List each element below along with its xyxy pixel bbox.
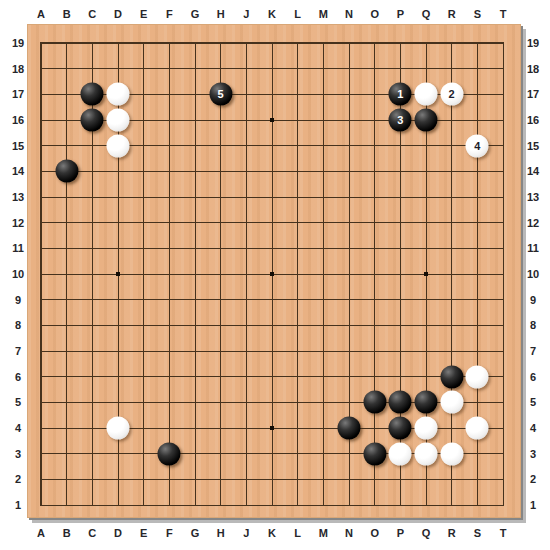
stone-black-b14 — [55, 160, 78, 183]
coord-bottom-P: P — [397, 528, 404, 539]
coord-left-1: 1 — [15, 500, 21, 511]
stone-white-r17: 2 — [440, 83, 463, 106]
stone-white-q4 — [415, 417, 438, 440]
coord-top-P: P — [397, 9, 404, 20]
stone-black-p5 — [389, 391, 412, 414]
star-point — [270, 426, 274, 430]
coord-top-K: K — [268, 9, 276, 20]
stone-black-o5 — [363, 391, 386, 414]
coord-left-16: 16 — [12, 115, 24, 126]
coord-right-12: 12 — [527, 217, 539, 228]
coord-top-H: H — [217, 9, 225, 20]
stone-white-d16 — [107, 109, 130, 132]
coord-top-D: D — [114, 9, 122, 20]
coord-top-T: T — [500, 9, 507, 20]
coord-bottom-R: R — [448, 528, 456, 539]
coord-left-12: 12 — [12, 217, 24, 228]
coord-top-B: B — [63, 9, 71, 20]
coord-bottom-F: F — [166, 528, 173, 539]
stone-white-r3 — [440, 442, 463, 465]
coord-top-J: J — [243, 9, 249, 20]
grid-line-horizontal — [41, 325, 504, 326]
coord-top-R: R — [448, 9, 456, 20]
coord-right-14: 14 — [527, 166, 539, 177]
coord-right-6: 6 — [530, 371, 536, 382]
coord-bottom-B: B — [63, 528, 71, 539]
coord-left-4: 4 — [15, 423, 21, 434]
star-point — [270, 118, 274, 122]
coord-bottom-T: T — [500, 528, 507, 539]
coord-top-E: E — [140, 9, 147, 20]
move-number-label: 3 — [397, 115, 403, 126]
coord-right-9: 9 — [530, 294, 536, 305]
coord-right-1: 1 — [530, 500, 536, 511]
coord-bottom-C: C — [88, 528, 96, 539]
coord-right-10: 10 — [527, 269, 539, 280]
stone-white-p3 — [389, 442, 412, 465]
move-number-label: 2 — [449, 89, 455, 100]
stone-black-f3 — [158, 442, 181, 465]
stone-white-d17 — [107, 83, 130, 106]
coord-top-N: N — [345, 9, 353, 20]
coord-top-A: A — [37, 9, 45, 20]
coord-right-18: 18 — [527, 63, 539, 74]
grid-line-vertical — [374, 43, 375, 506]
coord-bottom-A: A — [37, 528, 45, 539]
stone-white-q3 — [415, 442, 438, 465]
coord-bottom-M: M — [319, 528, 328, 539]
stone-white-q17 — [415, 83, 438, 106]
go-diagram: AABBCCDDEEFFGGHHJJKKLLMMNNOOPPQQRRSSTT19… — [0, 0, 550, 550]
coord-right-13: 13 — [527, 192, 539, 203]
grid-line-horizontal — [41, 479, 504, 480]
coord-bottom-L: L — [294, 528, 301, 539]
stone-white-s4 — [466, 417, 489, 440]
coord-left-6: 6 — [15, 371, 21, 382]
coord-right-4: 4 — [530, 423, 536, 434]
coord-bottom-G: G — [191, 528, 200, 539]
stone-black-c17 — [81, 83, 104, 106]
stone-black-o3 — [363, 442, 386, 465]
coord-left-11: 11 — [12, 243, 24, 254]
coord-bottom-N: N — [345, 528, 353, 539]
stone-black-c16 — [81, 109, 104, 132]
coord-top-L: L — [294, 9, 301, 20]
stone-black-r6 — [440, 365, 463, 388]
coord-left-15: 15 — [12, 140, 24, 151]
coord-left-8: 8 — [15, 320, 21, 331]
coord-left-10: 10 — [12, 269, 24, 280]
coord-left-7: 7 — [15, 346, 21, 357]
stone-black-p16: 3 — [389, 109, 412, 132]
stone-white-r5 — [440, 391, 463, 414]
coord-right-19: 19 — [527, 38, 539, 49]
coord-bottom-Q: Q — [422, 528, 431, 539]
grid-line-vertical — [323, 43, 324, 506]
coord-top-F: F — [166, 9, 173, 20]
coord-left-5: 5 — [15, 397, 21, 408]
stone-white-s15: 4 — [466, 134, 489, 157]
coord-top-Q: Q — [422, 9, 431, 20]
grid-line-horizontal — [41, 299, 504, 300]
star-point — [424, 272, 428, 276]
coord-bottom-D: D — [114, 528, 122, 539]
coord-left-9: 9 — [15, 294, 21, 305]
stone-white-s6 — [466, 365, 489, 388]
stone-white-d4 — [107, 417, 130, 440]
coord-right-7: 7 — [530, 346, 536, 357]
coord-top-S: S — [474, 9, 481, 20]
coord-right-8: 8 — [530, 320, 536, 331]
star-point — [270, 272, 274, 276]
coord-bottom-S: S — [474, 528, 481, 539]
stone-black-h17: 5 — [209, 83, 232, 106]
stone-black-q16 — [415, 109, 438, 132]
coord-left-14: 14 — [12, 166, 24, 177]
stone-black-n4 — [338, 417, 361, 440]
coord-right-3: 3 — [530, 448, 536, 459]
coord-left-19: 19 — [12, 38, 24, 49]
grid-line-vertical — [297, 43, 298, 506]
grid-line-horizontal — [41, 376, 504, 377]
stone-white-d15 — [107, 134, 130, 157]
coord-right-16: 16 — [527, 115, 539, 126]
move-number-label: 4 — [474, 140, 480, 151]
coord-left-3: 3 — [15, 448, 21, 459]
grid-line-horizontal — [41, 505, 504, 506]
grid-line-vertical — [503, 43, 504, 506]
coord-right-17: 17 — [527, 89, 539, 100]
stone-black-p4 — [389, 417, 412, 440]
stone-black-q5 — [415, 391, 438, 414]
coord-right-5: 5 — [530, 397, 536, 408]
coord-bottom-O: O — [370, 528, 379, 539]
coord-top-C: C — [88, 9, 96, 20]
coord-left-2: 2 — [15, 474, 21, 485]
coord-top-M: M — [319, 9, 328, 20]
coord-top-O: O — [370, 9, 379, 20]
star-point — [116, 272, 120, 276]
coord-right-11: 11 — [527, 243, 539, 254]
coord-bottom-K: K — [268, 528, 276, 539]
coord-left-17: 17 — [12, 89, 24, 100]
move-number-label: 1 — [397, 89, 403, 100]
grid-line-vertical — [451, 43, 452, 506]
coord-bottom-J: J — [243, 528, 249, 539]
coord-bottom-H: H — [217, 528, 225, 539]
coord-right-15: 15 — [527, 140, 539, 151]
stone-black-p17: 1 — [389, 83, 412, 106]
coord-bottom-E: E — [140, 528, 147, 539]
grid-line-horizontal — [41, 351, 504, 352]
coord-left-18: 18 — [12, 63, 24, 74]
move-number-label: 5 — [218, 89, 224, 100]
coord-top-G: G — [191, 9, 200, 20]
coord-right-2: 2 — [530, 474, 536, 485]
coord-left-13: 13 — [12, 192, 24, 203]
